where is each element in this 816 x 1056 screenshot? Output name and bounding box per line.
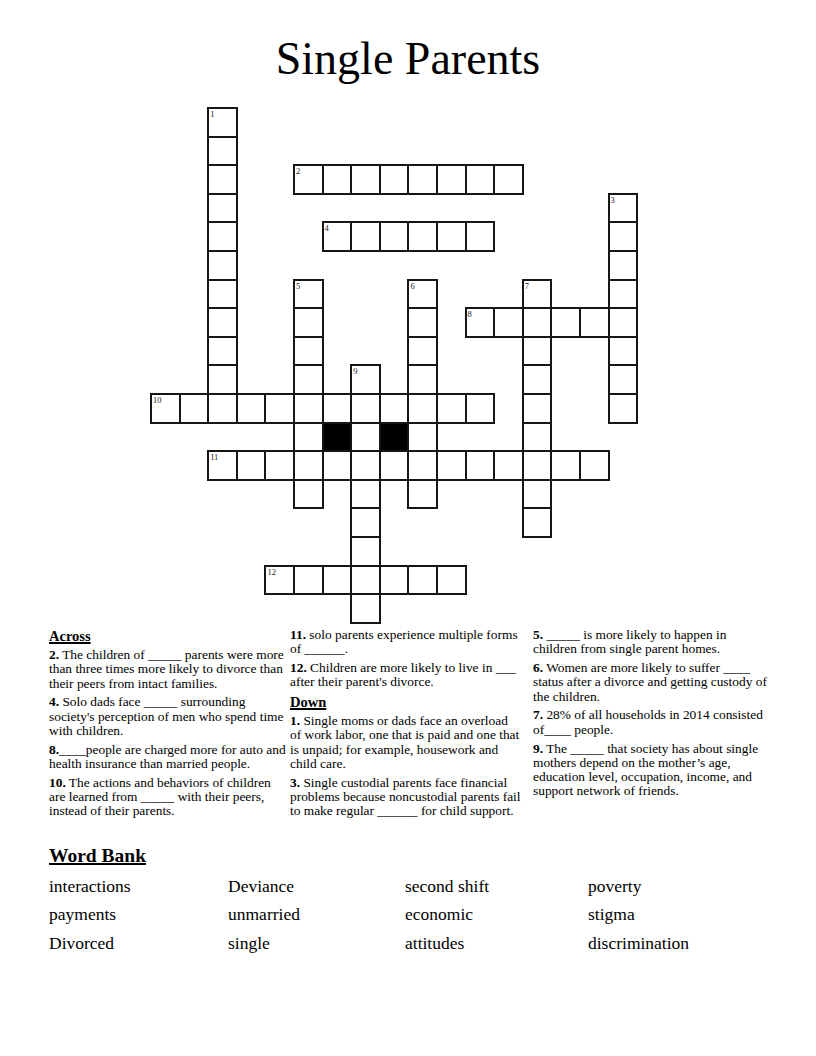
grid-cell[interactable]	[323, 451, 352, 480]
grid-cell[interactable]	[208, 451, 237, 480]
grid-cell[interactable]	[380, 451, 409, 480]
page-title: Single Parents	[0, 36, 816, 82]
clue-number-label: 2.	[49, 647, 59, 662]
clue-text: Women are more likely to suffer ____ sta…	[533, 660, 767, 704]
grid-cell[interactable]	[294, 280, 323, 309]
grid-cell[interactable]	[609, 365, 638, 394]
grid-cell[interactable]	[523, 365, 552, 394]
grid-cell[interactable]	[351, 451, 380, 480]
grid-cell[interactable]	[294, 394, 323, 423]
grid-cell[interactable]	[466, 222, 495, 251]
grid-cell[interactable]	[609, 308, 638, 337]
grid-cell[interactable]	[466, 451, 495, 480]
grid-cell[interactable]	[523, 423, 552, 452]
grid-cell[interactable]	[609, 394, 638, 423]
grid-cell[interactable]	[351, 594, 380, 623]
grid-cell[interactable]	[294, 423, 323, 452]
grid-cell[interactable]	[408, 308, 437, 337]
grid-cell[interactable]	[437, 165, 466, 194]
grid-cell[interactable]	[466, 165, 495, 194]
grid-cell[interactable]	[323, 566, 352, 595]
grid-cell[interactable]	[208, 137, 237, 166]
clue-across-11: 11. solo parents experience multiple for…	[290, 628, 522, 657]
clue-number-label: 8.	[49, 742, 59, 757]
grid-cell[interactable]	[551, 308, 580, 337]
clue-text: Solo dads face _____ surrounding society…	[49, 694, 283, 738]
grid-cell[interactable]	[294, 566, 323, 595]
grid-cell[interactable]	[609, 194, 638, 223]
clue-text: The _____ that society has about single …	[533, 741, 758, 799]
grid-cell[interactable]	[208, 194, 237, 223]
clue-across-12: 12. Children are more likely to live in …	[290, 661, 522, 690]
grid-cell[interactable]	[351, 165, 380, 194]
grid-cell[interactable]	[294, 308, 323, 337]
clue-text: _____ is more likely to happen in childr…	[533, 627, 726, 656]
grid-cell[interactable]	[380, 394, 409, 423]
clue-down-6: 6. Women are more likely to suffer ____ …	[533, 661, 773, 704]
grid-cell[interactable]	[523, 451, 552, 480]
grid-cell[interactable]	[408, 394, 437, 423]
clue-column-2: 11. solo parents experience multiple for…	[290, 628, 522, 823]
clue-number-label: 10.	[49, 775, 66, 790]
clue-number-label: 1.	[290, 713, 300, 728]
clue-down-3: 3. Single custodial parents face financi…	[290, 776, 522, 819]
clue-text: Single moms or dads face an overload of …	[290, 713, 519, 771]
grid-cell[interactable]	[437, 222, 466, 251]
grid-cell[interactable]	[380, 222, 409, 251]
grid-cell[interactable]	[580, 451, 609, 480]
grid-cell[interactable]	[494, 308, 523, 337]
clue-across-4: 4. Solo dads face _____ surrounding soci…	[49, 695, 287, 738]
clue-across-10: 10. The actions and behaviors of childre…	[49, 776, 287, 819]
word-bank-word: single	[228, 933, 405, 954]
grid-cell[interactable]	[351, 365, 380, 394]
clue-down-1: 1. Single moms or dads face an overload …	[290, 714, 522, 771]
grid-cell[interactable]	[523, 308, 552, 337]
clue-number-label: 4.	[49, 694, 59, 709]
grid-cell[interactable]	[437, 451, 466, 480]
word-bank-word: stigma	[588, 904, 749, 925]
grid-cell[interactable]	[609, 251, 638, 280]
clue-text: The actions and behaviors of children ar…	[49, 775, 271, 819]
clue-text: 28% of all households in 2014 consisted …	[533, 707, 763, 736]
grid-cell[interactable]	[351, 222, 380, 251]
word-bank-word: second shift	[405, 876, 588, 897]
grid-cell[interactable]	[466, 394, 495, 423]
grid-cell[interactable]	[523, 337, 552, 366]
grid-cell[interactable]	[351, 537, 380, 566]
crossword-grid: 123456789101112	[151, 108, 637, 623]
clue-number-label: 3.	[290, 775, 300, 790]
grid-cell[interactable]	[408, 451, 437, 480]
grid-cell[interactable]	[609, 337, 638, 366]
grid-cell[interactable]	[294, 165, 323, 194]
grid-cell[interactable]	[351, 566, 380, 595]
black-cell	[380, 423, 409, 452]
grid-cell[interactable]	[437, 566, 466, 595]
grid-cell[interactable]	[523, 280, 552, 309]
grid-cell[interactable]	[408, 480, 437, 509]
grid-cell[interactable]	[265, 566, 294, 595]
grid-cell[interactable]	[437, 394, 466, 423]
grid-cell[interactable]	[523, 480, 552, 509]
grid-cell[interactable]	[323, 165, 352, 194]
grid-cell[interactable]	[180, 394, 209, 423]
word-bank-word: attitudes	[405, 933, 588, 954]
grid-cell[interactable]	[523, 394, 552, 423]
grid-cell[interactable]	[323, 394, 352, 423]
word-bank-word: economic	[405, 904, 588, 925]
clue-number-label: 12.	[290, 660, 307, 675]
grid-cell[interactable]	[466, 308, 495, 337]
grid-cell[interactable]	[408, 280, 437, 309]
grid-cell[interactable]	[208, 165, 237, 194]
word-bank-word: Deviance	[228, 876, 405, 897]
clue-down-9: 9. The _____ that society has about sing…	[533, 742, 773, 799]
grid-cell[interactable]	[208, 222, 237, 251]
clue-number-label: 6.	[533, 660, 543, 675]
grid-cell[interactable]	[151, 394, 180, 423]
grid-cell[interactable]	[408, 365, 437, 394]
clue-down-5: 5. _____ is more likely to happen in chi…	[533, 628, 773, 657]
grid-cell[interactable]	[294, 451, 323, 480]
black-cell	[323, 423, 352, 452]
word-bank-word: interactions	[49, 876, 228, 897]
grid-cell[interactable]	[351, 423, 380, 452]
grid-cell[interactable]	[580, 308, 609, 337]
grid-cell[interactable]	[408, 337, 437, 366]
grid-cell[interactable]	[408, 566, 437, 595]
word-bank-word: payments	[49, 904, 228, 925]
grid-cell[interactable]	[208, 394, 237, 423]
grid-cell[interactable]	[380, 566, 409, 595]
clue-text: Children are more likely to live in ___ …	[290, 660, 516, 689]
clue-text: ____people are charged more for auto and…	[49, 742, 286, 771]
word-bank-header: Word Bank	[49, 845, 146, 867]
grid-cell[interactable]	[494, 165, 523, 194]
grid-cell[interactable]	[208, 308, 237, 337]
word-bank-word: discrimination	[588, 933, 749, 954]
grid-cell[interactable]	[208, 337, 237, 366]
clue-number-label: 9.	[533, 741, 543, 756]
clue-across-2: 2. The children of _____ parents were mo…	[49, 648, 287, 691]
clue-text: solo parents experience multiple forms o…	[290, 627, 518, 656]
clue-across-8: 8.____people are charged more for auto a…	[49, 743, 287, 772]
clue-text: Single custodial parents face financial …	[290, 775, 521, 819]
grid-cell[interactable]	[265, 451, 294, 480]
grid-cell[interactable]	[551, 451, 580, 480]
grid-cell[interactable]	[609, 222, 638, 251]
grid-cell[interactable]	[208, 365, 237, 394]
clue-down-7: 7. 28% of all households in 2014 consist…	[533, 708, 773, 737]
grid-cell[interactable]	[351, 508, 380, 537]
word-bank: interactions Deviance second shift pover…	[49, 872, 749, 958]
grid-cell[interactable]	[380, 165, 409, 194]
grid-cell[interactable]	[408, 423, 437, 452]
grid-cell[interactable]	[351, 394, 380, 423]
clue-column-3: 5. _____ is more likely to happen in chi…	[533, 628, 773, 803]
grid-cell[interactable]	[294, 337, 323, 366]
grid-cell[interactable]	[208, 108, 237, 137]
grid-cell[interactable]	[237, 394, 266, 423]
clue-number-label: 7.	[533, 707, 543, 722]
grid-cell[interactable]	[408, 165, 437, 194]
down-header: Down	[290, 694, 522, 711]
grid-cell[interactable]	[408, 222, 437, 251]
grid-cell[interactable]	[294, 365, 323, 394]
grid-cell[interactable]	[208, 251, 237, 280]
word-bank-word: poverty	[588, 876, 749, 897]
clue-column-1: Across 2. The children of _____ parents …	[49, 628, 287, 823]
word-bank-word: unmarried	[228, 904, 405, 925]
grid-cell[interactable]	[323, 222, 352, 251]
across-header: Across	[49, 628, 287, 645]
grid-cell[interactable]	[208, 280, 237, 309]
grid-cell[interactable]	[609, 280, 638, 309]
grid-cell[interactable]	[294, 480, 323, 509]
clue-text: The children of _____ parents were more …	[49, 647, 284, 691]
word-bank-word: Divorced	[49, 933, 228, 954]
grid-cell[interactable]	[523, 508, 552, 537]
grid-cell[interactable]	[351, 480, 380, 509]
clue-number-label: 5.	[533, 627, 543, 642]
grid-cell[interactable]	[265, 394, 294, 423]
grid-cell[interactable]	[237, 451, 266, 480]
clue-number-label: 11.	[290, 627, 306, 642]
grid-cell[interactable]	[494, 451, 523, 480]
